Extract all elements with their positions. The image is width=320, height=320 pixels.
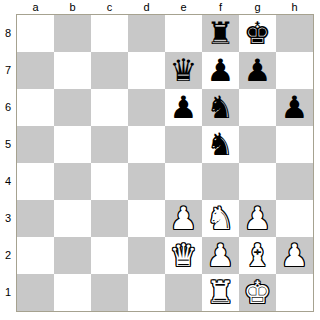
square-e7[interactable]: ♛ [165,52,202,89]
square-c4[interactable] [91,163,128,200]
square-f4[interactable] [202,163,239,200]
square-g3[interactable]: ♟ [239,200,276,237]
square-d1[interactable] [128,274,165,311]
square-a3[interactable] [17,200,54,237]
white-pawn[interactable]: ♟ [281,237,309,274]
square-e2[interactable]: ♛ [165,237,202,274]
square-e3[interactable]: ♟ [165,200,202,237]
square-d6[interactable] [128,89,165,126]
square-f8[interactable]: ♜ [202,15,239,52]
square-g2[interactable]: ♝ [239,237,276,274]
black-king[interactable]: ♚ [244,15,272,52]
square-e6[interactable]: ♟ [165,89,202,126]
chess-board: ♜♚♛♟♟♟♞♟♞♟♞♟♛♟♝♟♜♚ [16,14,314,312]
square-c1[interactable] [91,274,128,311]
square-e4[interactable] [165,163,202,200]
square-h5[interactable] [276,126,313,163]
black-queen[interactable]: ♛ [170,52,198,89]
black-knight[interactable]: ♞ [207,89,235,126]
square-c3[interactable] [91,200,128,237]
square-c6[interactable] [91,89,128,126]
file-label-c: c [91,0,128,14]
square-a4[interactable] [17,163,54,200]
white-rook[interactable]: ♜ [207,274,235,311]
square-e5[interactable] [165,126,202,163]
white-pawn[interactable]: ♟ [170,200,198,237]
square-a7[interactable] [17,52,54,89]
file-labels: abcdefgh [17,0,313,14]
square-h6[interactable]: ♟ [276,89,313,126]
square-b2[interactable] [54,237,91,274]
square-c8[interactable] [91,15,128,52]
square-f1[interactable]: ♜ [202,274,239,311]
rank-label-2: 2 [0,237,16,274]
white-pawn[interactable]: ♟ [207,237,235,274]
square-d5[interactable] [128,126,165,163]
black-pawn[interactable]: ♟ [281,89,309,126]
square-d3[interactable] [128,200,165,237]
file-label-f: f [202,0,239,14]
square-h2[interactable]: ♟ [276,237,313,274]
rank-label-5: 5 [0,126,16,163]
square-g8[interactable]: ♚ [239,15,276,52]
square-b6[interactable] [54,89,91,126]
square-a8[interactable] [17,15,54,52]
file-label-d: d [128,0,165,14]
rank-label-8: 8 [0,15,16,52]
file-label-h: h [276,0,313,14]
rank-label-1: 1 [0,274,16,311]
square-g1[interactable]: ♚ [239,274,276,311]
white-king[interactable]: ♚ [244,274,272,311]
square-f5[interactable]: ♞ [202,126,239,163]
black-knight[interactable]: ♞ [207,126,235,163]
square-b7[interactable] [54,52,91,89]
white-queen[interactable]: ♛ [170,237,198,274]
square-d8[interactable] [128,15,165,52]
file-label-b: b [54,0,91,14]
black-rook[interactable]: ♜ [207,15,235,52]
square-g6[interactable] [239,89,276,126]
square-e1[interactable] [165,274,202,311]
square-f3[interactable]: ♞ [202,200,239,237]
square-c2[interactable] [91,237,128,274]
square-g7[interactable]: ♟ [239,52,276,89]
square-b3[interactable] [54,200,91,237]
square-b1[interactable] [54,274,91,311]
black-pawn[interactable]: ♟ [244,52,272,89]
rank-label-6: 6 [0,89,16,126]
square-d7[interactable] [128,52,165,89]
rank-label-7: 7 [0,52,16,89]
white-knight[interactable]: ♞ [207,200,235,237]
square-c7[interactable] [91,52,128,89]
square-a2[interactable] [17,237,54,274]
square-b4[interactable] [54,163,91,200]
black-pawn[interactable]: ♟ [207,52,235,89]
square-e8[interactable] [165,15,202,52]
square-c5[interactable] [91,126,128,163]
square-b8[interactable] [54,15,91,52]
square-h7[interactable] [276,52,313,89]
square-a6[interactable] [17,89,54,126]
file-label-g: g [239,0,276,14]
rank-label-3: 3 [0,200,16,237]
square-f2[interactable]: ♟ [202,237,239,274]
chess-diagram: abcdefgh 87654321 ♜♚♛♟♟♟♞♟♞♟♞♟♛♟♝♟♜♚ [0,0,320,320]
square-d2[interactable] [128,237,165,274]
square-b5[interactable] [54,126,91,163]
white-pawn[interactable]: ♟ [244,200,272,237]
square-f6[interactable]: ♞ [202,89,239,126]
square-a1[interactable] [17,274,54,311]
rank-labels: 87654321 [0,15,16,311]
square-a5[interactable] [17,126,54,163]
rank-label-4: 4 [0,163,16,200]
black-pawn[interactable]: ♟ [170,89,198,126]
square-h1[interactable] [276,274,313,311]
square-g5[interactable] [239,126,276,163]
file-label-e: e [165,0,202,14]
white-bishop[interactable]: ♝ [244,237,272,274]
square-f7[interactable]: ♟ [202,52,239,89]
square-g4[interactable] [239,163,276,200]
square-h8[interactable] [276,15,313,52]
square-d4[interactable] [128,163,165,200]
square-h3[interactable] [276,200,313,237]
square-h4[interactable] [276,163,313,200]
file-label-a: a [17,0,54,14]
